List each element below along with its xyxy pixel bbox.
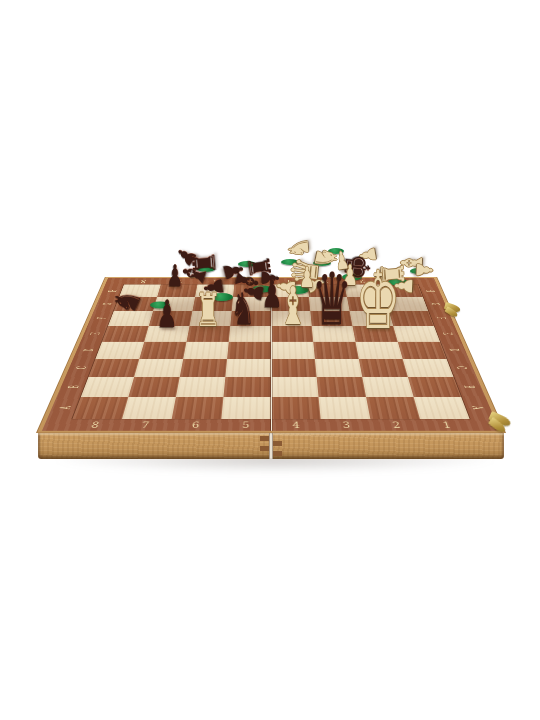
board-square xyxy=(225,359,271,377)
board-square xyxy=(366,397,420,419)
coordinate-label: 1 xyxy=(429,419,464,431)
board-square xyxy=(139,342,186,359)
dark-knight-piece: ♞ xyxy=(231,287,255,331)
board-square xyxy=(176,377,225,397)
coordinate-label: 6 xyxy=(179,419,212,431)
board-square xyxy=(172,397,224,419)
board-square xyxy=(183,342,229,359)
coordinate-label: 5 xyxy=(230,419,262,431)
board-square xyxy=(271,397,321,419)
coordinate-label: 7 xyxy=(128,419,162,431)
board-square xyxy=(271,377,319,397)
board-square xyxy=(96,342,145,359)
board-square xyxy=(72,397,128,419)
board-square xyxy=(271,342,315,359)
board-square xyxy=(414,397,470,419)
board-square xyxy=(88,359,139,377)
board-square xyxy=(122,397,176,419)
white-bishop-piece: ♝ xyxy=(279,280,308,332)
board-square xyxy=(403,359,454,377)
dark-pawn-piece: ♟ xyxy=(156,295,177,333)
board-square xyxy=(408,377,461,397)
coordinate-label: 4 xyxy=(280,419,312,431)
board-square xyxy=(223,377,271,397)
white-king-piece: ♚ xyxy=(356,261,400,341)
board-square xyxy=(271,359,317,377)
board-square xyxy=(317,377,366,397)
coordinate-label: 2 xyxy=(380,419,414,431)
board-square xyxy=(315,359,362,377)
white-rook-piece: ♜ xyxy=(195,287,221,333)
board-square xyxy=(128,377,179,397)
dark-queen-piece: ♛ xyxy=(312,263,352,335)
board-square xyxy=(313,342,359,359)
board-square xyxy=(319,397,371,419)
white-pawn-piece: ♟ xyxy=(413,261,435,279)
board-square xyxy=(362,377,413,397)
board-square xyxy=(180,359,227,377)
board-square xyxy=(102,326,149,342)
board-square xyxy=(398,342,447,359)
board-square xyxy=(359,359,408,377)
board-square xyxy=(81,377,134,397)
coordinate-label: 3 xyxy=(330,419,363,431)
finger-joints-right xyxy=(273,441,282,456)
dark-pawn-piece: ♟ xyxy=(167,261,184,291)
box-side xyxy=(38,433,504,459)
board-square xyxy=(134,359,183,377)
finger-joints-left xyxy=(260,436,269,456)
board-square xyxy=(227,342,271,359)
board-square xyxy=(221,397,271,419)
product-photo: 87654321 87654321 HGFEDCBA HGFEDCBA ♞♟♟♞… xyxy=(0,0,540,720)
coordinate-label: 8 xyxy=(78,419,113,431)
